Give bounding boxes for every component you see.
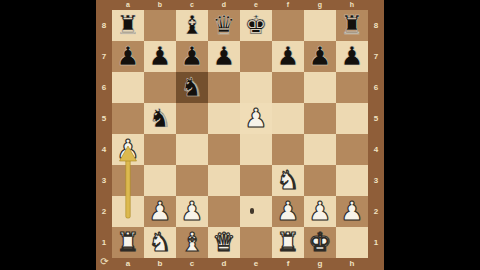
white-pawn-b2[interactable]: ♟ — [144, 196, 176, 227]
black-rook-a8[interactable]: ♜ — [112, 10, 144, 41]
square-c1[interactable]: ♝ — [176, 227, 208, 258]
top-file-label-d: d — [208, 1, 240, 8]
square-b7[interactable]: ♟ — [144, 41, 176, 72]
top-file-label-c: c — [176, 1, 208, 8]
top-file-label-e: e — [240, 1, 272, 8]
right-rank-label-3: 3 — [368, 176, 384, 207]
top-file-label-f: f — [272, 1, 304, 8]
black-rook-h8[interactable]: ♜ — [336, 10, 368, 41]
square-d1[interactable]: ♛ — [208, 227, 240, 258]
right-rank-label-8: 8 — [368, 21, 384, 52]
white-pawn-g2[interactable]: ♟ — [304, 196, 336, 227]
black-knight-c6[interactable]: ♞ — [176, 72, 208, 103]
right-rank-label-5: 5 — [368, 114, 384, 145]
square-g3[interactable] — [304, 165, 336, 196]
square-f6[interactable] — [272, 72, 304, 103]
square-c5[interactable] — [176, 103, 208, 134]
square-f4[interactable] — [272, 134, 304, 165]
black-pawn-h7[interactable]: ♟ — [336, 41, 368, 72]
square-g2[interactable]: ♟ — [304, 196, 336, 227]
bottom-file-label-g: g — [304, 259, 336, 268]
left-rank-label-4: 4 — [96, 145, 112, 176]
left-rank-label-6: 6 — [96, 83, 112, 114]
square-h3[interactable] — [336, 165, 368, 196]
square-b2[interactable]: ♟ — [144, 196, 176, 227]
square-a4[interactable]: ♟ — [112, 134, 144, 165]
square-f7[interactable]: ♟ — [272, 41, 304, 72]
square-b5[interactable]: ♞ — [144, 103, 176, 134]
square-d3[interactable] — [208, 165, 240, 196]
square-e2[interactable] — [240, 196, 272, 227]
square-h4[interactable] — [336, 134, 368, 165]
left-rank-label-3: 3 — [96, 176, 112, 207]
square-e6[interactable] — [240, 72, 272, 103]
square-h5[interactable] — [336, 103, 368, 134]
top-file-label-g: g — [304, 1, 336, 8]
bottom-file-label-e: e — [240, 259, 272, 268]
square-b6[interactable] — [144, 72, 176, 103]
square-f2[interactable]: ♟ — [272, 196, 304, 227]
square-h7[interactable]: ♟ — [336, 41, 368, 72]
square-g5[interactable] — [304, 103, 336, 134]
square-b8[interactable] — [144, 10, 176, 41]
square-a1[interactable]: ♜ — [112, 227, 144, 258]
chess-board: ♜♟♟♜♟♞♟♞♝♟♞♟♝♛♟♛♚♟♟♞♟♜♟♟♚♜♟♟ ⟳ aabbccdde… — [96, 0, 384, 270]
white-bishop-c1[interactable]: ♝ — [176, 227, 208, 258]
bottom-file-label-a: a — [112, 259, 144, 268]
square-e8[interactable]: ♚ — [240, 10, 272, 41]
black-knight-b5[interactable]: ♞ — [144, 103, 176, 134]
mouse-cursor-mark — [250, 208, 254, 214]
square-c3[interactable] — [176, 165, 208, 196]
top-file-label-a: a — [112, 1, 144, 8]
top-file-label-h: h — [336, 1, 368, 8]
white-rook-a1[interactable]: ♜ — [112, 227, 144, 258]
black-pawn-c7[interactable]: ♟ — [176, 41, 208, 72]
bottom-file-label-h: h — [336, 259, 368, 268]
square-g4[interactable] — [304, 134, 336, 165]
square-c4[interactable] — [176, 134, 208, 165]
white-king-g1[interactable]: ♚ — [304, 227, 336, 258]
right-rank-label-2: 2 — [368, 207, 384, 238]
left-rank-label-7: 7 — [96, 52, 112, 83]
square-d4[interactable] — [208, 134, 240, 165]
square-f1[interactable]: ♜ — [272, 227, 304, 258]
square-f3[interactable]: ♞ — [272, 165, 304, 196]
white-pawn-f2[interactable]: ♟ — [272, 196, 304, 227]
square-e3[interactable] — [240, 165, 272, 196]
white-queen-d1[interactable]: ♛ — [208, 227, 240, 258]
square-c8[interactable]: ♝ — [176, 10, 208, 41]
square-f8[interactable] — [272, 10, 304, 41]
video-frame: ♜♟♟♜♟♞♟♞♝♟♞♟♝♛♟♛♚♟♟♞♟♜♟♟♚♜♟♟ ⟳ aabbccdde… — [0, 0, 480, 270]
bottom-file-label-c: c — [176, 259, 208, 268]
left-rank-label-2: 2 — [96, 207, 112, 238]
white-pawn-a4[interactable]: ♟ — [112, 134, 144, 165]
square-d2[interactable] — [208, 196, 240, 227]
square-h1[interactable] — [336, 227, 368, 258]
square-b3[interactable] — [144, 165, 176, 196]
square-d8[interactable]: ♛ — [208, 10, 240, 41]
bottom-file-label-d: d — [208, 259, 240, 268]
white-pawn-e5[interactable]: ♟ — [240, 103, 272, 134]
bottom-file-label-f: f — [272, 259, 304, 268]
square-a5[interactable] — [112, 103, 144, 134]
square-e1[interactable] — [240, 227, 272, 258]
black-pawn-b7[interactable]: ♟ — [144, 41, 176, 72]
white-rook-f1[interactable]: ♜ — [272, 227, 304, 258]
white-pawn-h2[interactable]: ♟ — [336, 196, 368, 227]
square-d5[interactable] — [208, 103, 240, 134]
square-e4[interactable] — [240, 134, 272, 165]
black-bishop-c8[interactable]: ♝ — [176, 10, 208, 41]
square-h2[interactable]: ♟ — [336, 196, 368, 227]
right-rank-label-4: 4 — [368, 145, 384, 176]
left-rank-label-1: 1 — [96, 238, 112, 269]
square-c2[interactable]: ♟ — [176, 196, 208, 227]
black-pawn-d7[interactable]: ♟ — [208, 41, 240, 72]
square-a2[interactable] — [112, 196, 144, 227]
black-pawn-g7[interactable]: ♟ — [304, 41, 336, 72]
black-pawn-f7[interactable]: ♟ — [272, 41, 304, 72]
white-knight-f3[interactable]: ♞ — [272, 165, 304, 196]
square-d7[interactable]: ♟ — [208, 41, 240, 72]
white-pawn-c2[interactable]: ♟ — [176, 196, 208, 227]
bottom-file-label-b: b — [144, 259, 176, 268]
square-b1[interactable]: ♞ — [144, 227, 176, 258]
square-h6[interactable] — [336, 72, 368, 103]
square-f5[interactable] — [272, 103, 304, 134]
square-g1[interactable]: ♚ — [304, 227, 336, 258]
square-a6[interactable] — [112, 72, 144, 103]
black-queen-d8[interactable]: ♛ — [208, 10, 240, 41]
square-g8[interactable] — [304, 10, 336, 41]
black-pawn-a7[interactable]: ♟ — [112, 41, 144, 72]
black-king-e8[interactable]: ♚ — [240, 10, 272, 41]
white-knight-b1[interactable]: ♞ — [144, 227, 176, 258]
square-d6[interactable] — [208, 72, 240, 103]
square-e7[interactable] — [240, 41, 272, 72]
top-file-label-b: b — [144, 1, 176, 8]
square-e5[interactable]: ♟ — [240, 103, 272, 134]
square-c7[interactable]: ♟ — [176, 41, 208, 72]
right-rank-label-6: 6 — [368, 83, 384, 114]
right-rank-label-1: 1 — [368, 238, 384, 269]
board-squares: ♜♟♟♜♟♞♟♞♝♟♞♟♝♛♟♛♚♟♟♞♟♜♟♟♚♜♟♟ — [112, 10, 368, 258]
right-rank-label-7: 7 — [368, 52, 384, 83]
left-rank-label-5: 5 — [96, 114, 112, 145]
square-a7[interactable]: ♟ — [112, 41, 144, 72]
square-h8[interactable]: ♜ — [336, 10, 368, 41]
square-a3[interactable] — [112, 165, 144, 196]
square-c6[interactable]: ♞ — [176, 72, 208, 103]
square-a8[interactable]: ♜ — [112, 10, 144, 41]
square-g6[interactable] — [304, 72, 336, 103]
square-g7[interactable]: ♟ — [304, 41, 336, 72]
left-rank-label-8: 8 — [96, 21, 112, 52]
square-b4[interactable] — [144, 134, 176, 165]
